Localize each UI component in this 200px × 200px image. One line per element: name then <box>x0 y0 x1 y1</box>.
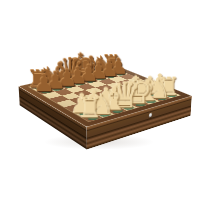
drawer-knob <box>149 113 152 118</box>
product-photo: ♜♞♝♛♚♝♞♜♟♟♟♟♟♟♟♟♟♟♟♟♟♟♟♟♜♞♝♛♚♝♞♜ <box>0 0 200 200</box>
chess-box: ♜♞♝♛♚♝♞♜♟♟♟♟♟♟♟♟♟♟♟♟♟♟♟♟♜♞♝♛♚♝♞♜ <box>19 65 192 127</box>
black-pawn-glyph: ♟ <box>28 71 60 95</box>
scene: ♜♞♝♛♚♝♞♜♟♟♟♟♟♟♟♟♟♟♟♟♟♟♟♟♜♞♝♛♚♝♞♜ <box>0 0 200 200</box>
